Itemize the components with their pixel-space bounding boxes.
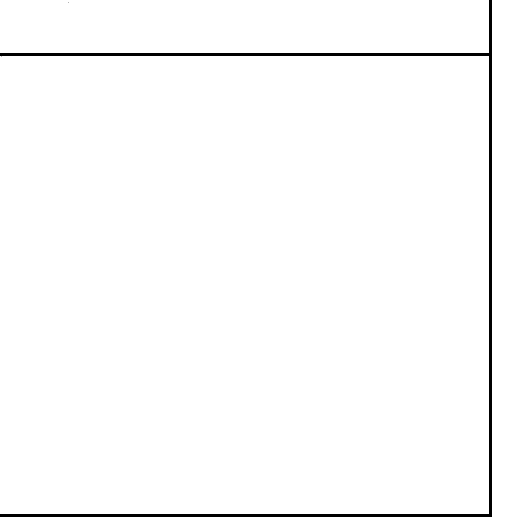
column-clues	[68, 2, 69, 3]
frame-top	[0, 53, 492, 56]
nonogram-app	[0, 0, 510, 517]
corner-watermark	[0, 0, 67, 53]
side-watermark	[492, 376, 510, 516]
row-clues	[1, 56, 2, 57]
